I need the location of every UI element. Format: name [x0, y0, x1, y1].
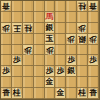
board-cell[interactable]: [55, 1, 66, 12]
piece-lance[interactable]: 香: [1, 1, 11, 11]
piece-knight[interactable]: 桂: [77, 1, 87, 11]
piece-kanji: 玉: [45, 34, 55, 44]
board-cell[interactable]: [55, 23, 66, 34]
board-cell[interactable]: 桂: [77, 88, 88, 99]
piece-pawn[interactable]: 歩: [88, 55, 98, 65]
piece-knight[interactable]: 桂: [77, 88, 87, 98]
piece-kanji: 香: [1, 1, 11, 11]
board-cell[interactable]: [66, 23, 77, 34]
board-cell[interactable]: [55, 34, 66, 45]
piece-kanji: 歩: [12, 55, 22, 65]
piece-kanji: 銀: [45, 23, 55, 33]
piece-knight[interactable]: 桂: [23, 23, 33, 33]
board-cell[interactable]: [34, 77, 45, 88]
board-cell[interactable]: [55, 77, 66, 88]
board-cell[interactable]: 桂: [77, 1, 88, 12]
board-cell[interactable]: [23, 1, 34, 12]
piece-kanji: 金: [55, 88, 65, 98]
piece-kanji: 銀: [66, 66, 76, 76]
board-cell[interactable]: 歩: [77, 23, 88, 34]
board-cell[interactable]: [1, 12, 12, 23]
board-cell[interactable]: [34, 12, 45, 23]
board-cell[interactable]: 玉: [45, 34, 56, 45]
piece-pawn[interactable]: 歩: [66, 55, 76, 65]
board-cell[interactable]: [66, 12, 77, 23]
board-cell[interactable]: [45, 88, 56, 99]
board-cell[interactable]: [23, 77, 34, 88]
board-cell[interactable]: [12, 12, 23, 23]
piece-lance[interactable]: 香: [1, 88, 11, 98]
board-cell[interactable]: 歩: [88, 55, 99, 66]
board-cell[interactable]: 香: [1, 88, 12, 99]
board-cell[interactable]: [88, 12, 99, 23]
board-cell[interactable]: 桂: [23, 23, 34, 34]
board-cell[interactable]: 香: [88, 88, 99, 99]
piece-pawn[interactable]: 歩: [66, 34, 76, 44]
board-cell[interactable]: [88, 23, 99, 34]
shogi-board: 香桂香馬歩王桂銀歩玉歩銀歩歩歩歩歩歩歩歩歩銀金香桂金桂香: [0, 0, 100, 100]
board-cell[interactable]: 金: [45, 77, 56, 88]
board-cell[interactable]: [34, 45, 45, 56]
piece-pawn[interactable]: 歩: [55, 66, 65, 76]
board-cell[interactable]: [12, 45, 23, 56]
board-cell[interactable]: [34, 88, 45, 99]
piece-pawn[interactable]: 歩: [45, 66, 55, 76]
piece-kanji: 金: [45, 77, 55, 87]
piece-pawn[interactable]: 歩: [1, 66, 11, 76]
piece-kanji: 歩: [77, 23, 87, 33]
board-cell[interactable]: [88, 77, 99, 88]
board-cell[interactable]: [34, 1, 45, 12]
board-cell[interactable]: [77, 66, 88, 77]
board-cell[interactable]: 歩: [45, 66, 56, 77]
board-cell[interactable]: [12, 77, 23, 88]
board-cell[interactable]: 歩: [66, 34, 77, 45]
board-cell[interactable]: [66, 88, 77, 99]
board-cell[interactable]: [77, 55, 88, 66]
piece-kanji: 桂: [77, 88, 87, 98]
board-cell[interactable]: 銀: [77, 34, 88, 45]
piece-pawn[interactable]: 歩: [45, 45, 55, 55]
board-cell[interactable]: [34, 66, 45, 77]
piece-king[interactable]: 玉: [45, 34, 55, 44]
piece-promoted-bishop[interactable]: 馬: [45, 12, 55, 22]
board-cell[interactable]: [77, 12, 88, 23]
board-cell[interactable]: [23, 88, 34, 99]
board-cell[interactable]: [23, 34, 34, 45]
piece-knight[interactable]: 桂: [12, 88, 22, 98]
board-cell[interactable]: 馬: [45, 12, 56, 23]
board-cell[interactable]: [45, 1, 56, 12]
piece-gold[interactable]: 金: [45, 77, 55, 87]
board-cell[interactable]: 金: [55, 88, 66, 99]
board-cell[interactable]: [66, 45, 77, 56]
board-cell[interactable]: 歩: [88, 34, 99, 45]
piece-kanji: 歩: [45, 66, 55, 76]
board-cell[interactable]: [1, 77, 12, 88]
board-cell[interactable]: 王: [12, 23, 23, 34]
piece-pawn[interactable]: 歩: [77, 23, 87, 33]
board-cell[interactable]: [34, 55, 45, 66]
piece-kanji: 桂: [77, 1, 87, 11]
piece-silver[interactable]: 銀: [45, 23, 55, 33]
board-cell[interactable]: 歩: [45, 45, 56, 56]
board-cell[interactable]: [55, 12, 66, 23]
piece-pawn[interactable]: 歩: [88, 34, 98, 44]
board-cell[interactable]: 銀: [45, 23, 56, 34]
piece-kanji: 歩: [1, 23, 11, 33]
piece-kanji: 香: [88, 1, 98, 11]
piece-gold[interactable]: 金: [55, 88, 65, 98]
board-cell[interactable]: [12, 34, 23, 45]
board-cell[interactable]: [88, 66, 99, 77]
board-cell[interactable]: [45, 55, 56, 66]
board-cell[interactable]: 歩: [66, 55, 77, 66]
piece-kanji: 歩: [55, 66, 65, 76]
piece-lance[interactable]: 香: [88, 1, 98, 11]
board-cell[interactable]: [34, 34, 45, 45]
board-cell[interactable]: [1, 55, 12, 66]
piece-kanji: 歩: [1, 66, 11, 76]
board-cell[interactable]: [23, 12, 34, 23]
board-cell[interactable]: [55, 45, 66, 56]
board-cell[interactable]: [1, 34, 12, 45]
board-cell[interactable]: [1, 45, 12, 56]
board-cell[interactable]: [12, 66, 23, 77]
board-cell[interactable]: 歩: [23, 45, 34, 56]
piece-lance[interactable]: 香: [88, 88, 98, 98]
board-cell[interactable]: 桂: [12, 88, 23, 99]
piece-kanji: 桂: [12, 88, 22, 98]
piece-silver[interactable]: 銀: [66, 66, 76, 76]
board-cell[interactable]: 銀: [66, 66, 77, 77]
board-cell[interactable]: [66, 1, 77, 12]
board-cell[interactable]: [66, 77, 77, 88]
piece-kanji: 桂: [23, 23, 33, 33]
board-cell[interactable]: 香: [1, 1, 12, 12]
piece-kanji: 馬: [45, 12, 55, 22]
piece-pawn[interactable]: 歩: [1, 23, 11, 33]
board-cell[interactable]: 歩: [12, 55, 23, 66]
board-cell[interactable]: [12, 1, 23, 12]
board-cell[interactable]: [55, 55, 66, 66]
board-cell[interactable]: 香: [88, 1, 99, 12]
piece-kanji: 歩: [66, 34, 76, 44]
piece-kanji: 王: [12, 23, 22, 33]
piece-kanji: 歩: [23, 45, 33, 55]
board-cell[interactable]: 歩: [1, 66, 12, 77]
piece-pawn[interactable]: 歩: [12, 55, 22, 65]
shogi-app: 香桂香馬歩王桂銀歩玉歩銀歩歩歩歩歩歩歩歩歩銀金香桂金桂香: [0, 0, 100, 100]
piece-kanji: 歩: [66, 55, 76, 65]
piece-pawn[interactable]: 歩: [23, 45, 33, 55]
piece-kanji: 歩: [88, 34, 98, 44]
board-cell[interactable]: 歩: [55, 66, 66, 77]
piece-kanji: 香: [88, 88, 98, 98]
piece-kanji: 歩: [45, 45, 55, 55]
board-cell[interactable]: [34, 23, 45, 34]
board-cell[interactable]: 歩: [1, 23, 12, 34]
piece-kanji: 香: [1, 88, 11, 98]
board-cell[interactable]: [23, 66, 34, 77]
piece-king[interactable]: 王: [12, 23, 22, 33]
board-cell[interactable]: [77, 45, 88, 56]
piece-kanji: 銀: [77, 34, 87, 44]
board-cell[interactable]: [77, 77, 88, 88]
piece-kanji: 歩: [88, 55, 98, 65]
piece-silver[interactable]: 銀: [77, 34, 87, 44]
board-cell[interactable]: [23, 55, 34, 66]
board-cell[interactable]: [88, 45, 99, 56]
